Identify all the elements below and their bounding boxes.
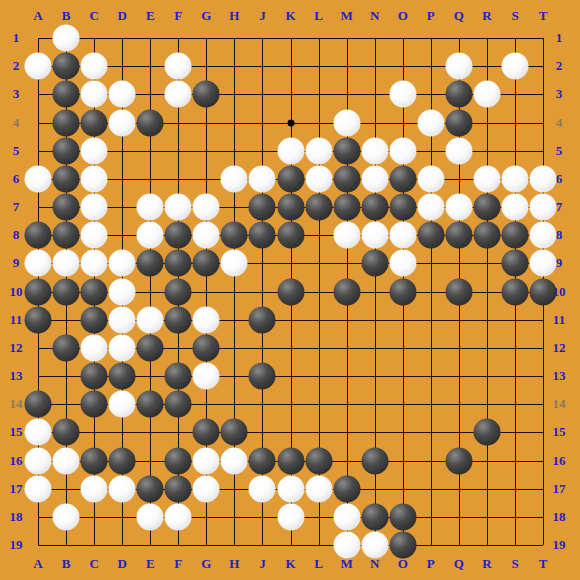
stone-black-N18[interactable] [361,503,388,530]
label-col-bottom-T: T [539,556,548,572]
stone-white-F3[interactable] [165,81,192,108]
stone-black-F13[interactable] [165,363,192,390]
stone-black-J11[interactable] [249,306,276,333]
stone-black-F16[interactable] [165,447,192,474]
stone-black-O7[interactable] [389,194,416,221]
stone-white-A17[interactable] [25,475,52,502]
stone-white-T6[interactable] [530,165,557,192]
stone-white-E18[interactable] [137,503,164,530]
stone-black-S9[interactable] [502,250,529,277]
stone-black-E17[interactable] [137,475,164,502]
label-col-top-N: N [370,8,379,24]
label-col-top-K: K [285,8,295,24]
stone-black-B8[interactable] [53,222,80,249]
stone-white-E7[interactable] [137,194,164,221]
stone-white-O5[interactable] [389,137,416,164]
stone-black-B2[interactable] [53,53,80,80]
label-col-top-O: O [398,8,408,24]
label-col-bottom-F: F [174,556,182,572]
stone-white-Q2[interactable] [445,53,472,80]
stone-black-O10[interactable] [389,278,416,305]
stone-white-J17[interactable] [249,475,276,502]
label-row-right-8: 8 [556,227,563,243]
label-row-left-17: 17 [10,481,23,497]
stone-black-L16[interactable] [305,447,332,474]
stone-white-J6[interactable] [249,165,276,192]
stone-black-E14[interactable] [137,391,164,418]
stone-black-A11[interactable] [25,306,52,333]
label-col-top-T: T [539,8,548,24]
stone-white-T8[interactable] [530,222,557,249]
label-row-left-4: 4 [13,115,20,131]
stone-white-R6[interactable] [473,165,500,192]
stone-white-K17[interactable] [277,475,304,502]
label-row-right-3: 3 [556,86,563,102]
stone-black-C13[interactable] [81,363,108,390]
stone-white-D12[interactable] [109,334,136,361]
stone-white-C2[interactable] [81,53,108,80]
label-row-right-5: 5 [556,143,563,159]
stone-black-N7[interactable] [361,194,388,221]
stone-white-C17[interactable] [81,475,108,502]
stone-black-J16[interactable] [249,447,276,474]
stone-black-B12[interactable] [53,334,80,361]
stone-black-C11[interactable] [81,306,108,333]
label-row-left-15: 15 [10,424,23,440]
stone-white-P7[interactable] [417,194,444,221]
stone-black-C4[interactable] [81,109,108,136]
stone-white-M4[interactable] [333,109,360,136]
stone-white-S6[interactable] [502,165,529,192]
stone-black-D13[interactable] [109,363,136,390]
stone-white-G17[interactable] [193,475,220,502]
stone-white-N5[interactable] [361,137,388,164]
stone-black-C16[interactable] [81,447,108,474]
stone-white-Q7[interactable] [445,194,472,221]
stone-white-C8[interactable] [81,222,108,249]
stone-black-O6[interactable] [389,165,416,192]
label-col-top-Q: Q [454,8,464,24]
label-col-bottom-J: J [259,556,266,572]
stone-black-Q16[interactable] [445,447,472,474]
stone-white-N8[interactable] [361,222,388,249]
stone-black-A8[interactable] [25,222,52,249]
label-col-bottom-D: D [117,556,126,572]
label-row-left-1: 1 [13,30,20,46]
label-col-top-M: M [341,8,353,24]
label-col-bottom-K: K [285,556,295,572]
stone-black-B5[interactable] [53,137,80,164]
stone-black-G9[interactable] [193,250,220,277]
stone-black-T10[interactable] [530,278,557,305]
label-row-left-6: 6 [13,171,20,187]
label-col-top-S: S [511,8,518,24]
stone-white-A16[interactable] [25,447,52,474]
label-row-right-17: 17 [553,481,566,497]
stone-white-M19[interactable] [333,532,360,559]
label-col-bottom-L: L [314,556,323,572]
stone-black-M10[interactable] [333,278,360,305]
stone-black-Q10[interactable] [445,278,472,305]
stone-white-H16[interactable] [221,447,248,474]
stone-white-E8[interactable] [137,222,164,249]
label-row-left-19: 19 [10,537,23,553]
stone-white-C5[interactable] [81,137,108,164]
label-row-left-8: 8 [13,227,20,243]
stone-white-D9[interactable] [109,250,136,277]
stone-black-N9[interactable] [361,250,388,277]
stone-black-G3[interactable] [193,81,220,108]
stone-black-S10[interactable] [502,278,529,305]
label-row-right-11: 11 [553,312,565,328]
stone-white-O9[interactable] [389,250,416,277]
stone-black-O19[interactable] [389,532,416,559]
stone-black-F17[interactable] [165,475,192,502]
stone-white-D4[interactable] [109,109,136,136]
stone-white-D14[interactable] [109,391,136,418]
stone-black-M5[interactable] [333,137,360,164]
stone-white-A6[interactable] [25,165,52,192]
label-row-left-2: 2 [13,58,20,74]
label-row-right-6: 6 [556,171,563,187]
grid-hline [38,545,543,546]
label-row-right-4: 4 [556,115,563,131]
stone-black-M7[interactable] [333,194,360,221]
stone-white-P6[interactable] [417,165,444,192]
stone-white-B18[interactable] [53,503,80,530]
stone-white-N19[interactable] [361,532,388,559]
stone-black-F11[interactable] [165,306,192,333]
label-col-top-B: B [62,8,71,24]
stone-white-G13[interactable] [193,363,220,390]
label-col-bottom-Q: Q [454,556,464,572]
stone-white-T7[interactable] [530,194,557,221]
stone-white-A15[interactable] [25,419,52,446]
stone-black-F8[interactable] [165,222,192,249]
stone-white-M18[interactable] [333,503,360,530]
stone-white-H9[interactable] [221,250,248,277]
stone-black-Q3[interactable] [445,81,472,108]
label-row-left-13: 13 [10,368,23,384]
label-row-right-16: 16 [553,453,566,469]
stone-black-K16[interactable] [277,447,304,474]
stone-white-L17[interactable] [305,475,332,502]
label-col-top-J: J [259,8,266,24]
stone-white-C7[interactable] [81,194,108,221]
label-row-right-18: 18 [553,509,566,525]
label-col-top-R: R [482,8,491,24]
stone-white-Q5[interactable] [445,137,472,164]
label-row-right-13: 13 [553,368,566,384]
stone-black-B3[interactable] [53,81,80,108]
stone-white-D17[interactable] [109,475,136,502]
label-col-top-G: G [201,8,211,24]
stone-white-G16[interactable] [193,447,220,474]
stone-white-E11[interactable] [137,306,164,333]
label-row-right-7: 7 [556,199,563,215]
stone-black-O18[interactable] [389,503,416,530]
stone-black-F14[interactable] [165,391,192,418]
stone-black-M17[interactable] [333,475,360,502]
stone-white-D10[interactable] [109,278,136,305]
stone-black-H8[interactable] [221,222,248,249]
label-row-left-14: 14 [10,396,23,412]
label-row-right-1: 1 [556,30,563,46]
grid-hline [38,432,543,433]
stone-black-G15[interactable] [193,419,220,446]
label-col-top-H: H [229,8,239,24]
stone-black-B15[interactable] [53,419,80,446]
label-col-top-L: L [314,8,323,24]
label-col-bottom-G: G [201,556,211,572]
stone-black-R7[interactable] [473,194,500,221]
stone-black-K6[interactable] [277,165,304,192]
stone-white-R3[interactable] [473,81,500,108]
stone-white-O3[interactable] [389,81,416,108]
stone-black-K8[interactable] [277,222,304,249]
stone-black-H15[interactable] [221,419,248,446]
stone-white-K18[interactable] [277,503,304,530]
label-row-right-9: 9 [556,255,563,271]
label-col-bottom-B: B [62,556,71,572]
label-row-right-19: 19 [553,537,566,553]
label-col-top-A: A [33,8,42,24]
label-row-right-15: 15 [553,424,566,440]
stone-black-C14[interactable] [81,391,108,418]
stone-white-L5[interactable] [305,137,332,164]
stone-white-N6[interactable] [361,165,388,192]
stone-white-F7[interactable] [165,194,192,221]
label-row-left-9: 9 [13,255,20,271]
label-col-bottom-S: S [511,556,518,572]
label-row-left-10: 10 [10,284,23,300]
stone-black-B6[interactable] [53,165,80,192]
stone-black-F9[interactable] [165,250,192,277]
stone-black-Q8[interactable] [445,222,472,249]
stone-black-J8[interactable] [249,222,276,249]
stone-black-J7[interactable] [249,194,276,221]
stone-white-F2[interactable] [165,53,192,80]
stone-black-C10[interactable] [81,278,108,305]
label-row-right-14: 14 [553,396,566,412]
stone-black-K7[interactable] [277,194,304,221]
stone-black-J13[interactable] [249,363,276,390]
label-col-bottom-E: E [146,556,155,572]
stone-black-D16[interactable] [109,447,136,474]
stone-white-T9[interactable] [530,250,557,277]
label-col-bottom-H: H [229,556,239,572]
stone-black-R15[interactable] [473,419,500,446]
label-row-left-11: 11 [10,312,22,328]
stone-white-O8[interactable] [389,222,416,249]
label-col-top-C: C [89,8,98,24]
stone-black-P8[interactable] [417,222,444,249]
stone-black-A14[interactable] [25,391,52,418]
label-col-bottom-C: C [89,556,98,572]
stone-black-K10[interactable] [277,278,304,305]
stone-white-K5[interactable] [277,137,304,164]
stone-white-D11[interactable] [109,306,136,333]
stone-white-C9[interactable] [81,250,108,277]
label-col-bottom-R: R [482,556,491,572]
stone-white-G7[interactable] [193,194,220,221]
stone-white-B16[interactable] [53,447,80,474]
stone-white-S2[interactable] [502,53,529,80]
label-row-right-2: 2 [556,58,563,74]
stone-black-B4[interactable] [53,109,80,136]
stone-white-P4[interactable] [417,109,444,136]
stone-white-G11[interactable] [193,306,220,333]
stone-white-F18[interactable] [165,503,192,530]
label-row-left-16: 16 [10,453,23,469]
label-col-top-P: P [427,8,435,24]
label-row-left-3: 3 [13,86,20,102]
stone-black-G12[interactable] [193,334,220,361]
label-row-left-18: 18 [10,509,23,525]
stone-black-R8[interactable] [473,222,500,249]
stone-white-C12[interactable] [81,334,108,361]
stone-black-A10[interactable] [25,278,52,305]
stone-black-Q4[interactable] [445,109,472,136]
stone-black-M6[interactable] [333,165,360,192]
stone-white-A2[interactable] [25,53,52,80]
label-col-top-F: F [174,8,182,24]
label-row-left-12: 12 [10,340,23,356]
label-col-bottom-P: P [427,556,435,572]
stone-white-B1[interactable] [53,25,80,52]
label-col-top-D: D [117,8,126,24]
label-col-top-E: E [146,8,155,24]
stone-black-E4[interactable] [137,109,164,136]
stone-white-G8[interactable] [193,222,220,249]
stone-white-B9[interactable] [53,250,80,277]
stone-black-E9[interactable] [137,250,164,277]
stone-white-A9[interactable] [25,250,52,277]
stone-white-C3[interactable] [81,81,108,108]
stone-white-C6[interactable] [81,165,108,192]
stone-white-H6[interactable] [221,165,248,192]
stone-black-N16[interactable] [361,447,388,474]
go-board[interactable]: AABBCCDDEEFFGGHHJJKKLLMMNNOOPPQQRRSSTT11… [0,0,580,580]
stone-black-L7[interactable] [305,194,332,221]
stone-white-D3[interactable] [109,81,136,108]
stone-white-S7[interactable] [502,194,529,221]
stone-black-B7[interactable] [53,194,80,221]
grid-vline [487,38,488,545]
stone-black-S8[interactable] [502,222,529,249]
stone-black-E12[interactable] [137,334,164,361]
stone-white-M8[interactable] [333,222,360,249]
label-row-left-7: 7 [13,199,20,215]
star-point-K4 [287,119,294,126]
stone-black-B10[interactable] [53,278,80,305]
label-row-right-12: 12 [553,340,566,356]
stone-white-L6[interactable] [305,165,332,192]
label-row-left-5: 5 [13,143,20,159]
stone-black-F10[interactable] [165,278,192,305]
label-col-bottom-A: A [33,556,42,572]
